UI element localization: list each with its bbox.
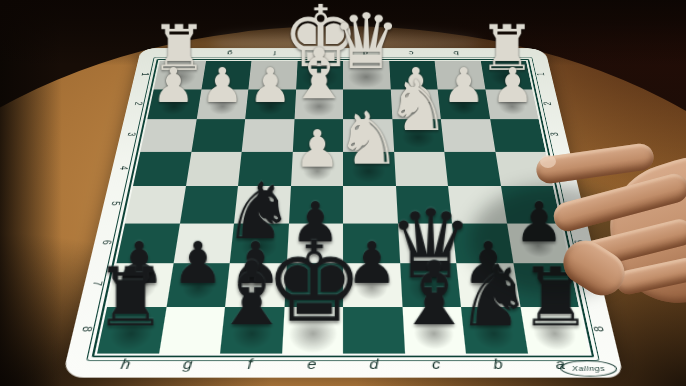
square-d1[interactable] xyxy=(343,61,390,89)
square-a2[interactable] xyxy=(485,89,539,119)
black-king-glyph: ♚ xyxy=(264,227,363,338)
square-g1[interactable] xyxy=(201,61,251,89)
square-d3[interactable] xyxy=(343,119,394,151)
square-b2[interactable] xyxy=(438,89,490,119)
square-h3[interactable] xyxy=(140,119,196,151)
square-h1[interactable] xyxy=(154,61,206,89)
file-label-far-g: g xyxy=(220,50,238,56)
piece-black-rook-a8[interactable]: ♜ xyxy=(507,257,604,338)
piece-black-king-e8[interactable]: ♚ xyxy=(264,227,361,338)
square-h5[interactable] xyxy=(125,186,185,223)
square-c1[interactable] xyxy=(389,61,438,89)
file-label-far-b: b xyxy=(447,50,465,56)
square-a4[interactable] xyxy=(495,151,553,186)
square-g2[interactable] xyxy=(196,89,248,119)
chess-board[interactable]: Xalings hhggffeeddccbbaa1122334455667788… xyxy=(62,48,624,377)
square-c4[interactable] xyxy=(394,151,448,186)
black-rook-glyph: ♜ xyxy=(94,257,166,338)
square-f1[interactable] xyxy=(248,61,297,89)
photo-scene: Xalings hhggffeeddccbbaa1122334455667788… xyxy=(0,0,686,386)
black-rook-glyph: ♜ xyxy=(519,257,591,338)
vinyl-mat: Xalings hhggffeeddccbbaa1122334455667788… xyxy=(62,48,624,377)
square-b3[interactable] xyxy=(441,119,495,151)
square-f2[interactable] xyxy=(245,89,296,119)
square-c2[interactable] xyxy=(390,89,441,119)
brand-logo: Xalings xyxy=(559,360,619,376)
piece-black-rook-h8[interactable]: ♜ xyxy=(82,257,179,338)
square-c3[interactable] xyxy=(392,119,444,151)
square-a3[interactable] xyxy=(490,119,546,151)
square-h2[interactable] xyxy=(147,89,201,119)
square-e1[interactable] xyxy=(296,61,343,89)
square-a1[interactable] xyxy=(480,61,532,89)
square-b4[interactable] xyxy=(444,151,500,186)
square-d4[interactable] xyxy=(343,151,396,186)
square-h4[interactable] xyxy=(133,151,191,186)
square-e2[interactable] xyxy=(294,89,343,119)
square-g3[interactable] xyxy=(191,119,245,151)
square-f3[interactable] xyxy=(242,119,294,151)
square-d2[interactable] xyxy=(343,89,392,119)
square-e3[interactable] xyxy=(292,119,343,151)
square-b1[interactable] xyxy=(435,61,485,89)
file-label-far-c: c xyxy=(402,50,420,56)
